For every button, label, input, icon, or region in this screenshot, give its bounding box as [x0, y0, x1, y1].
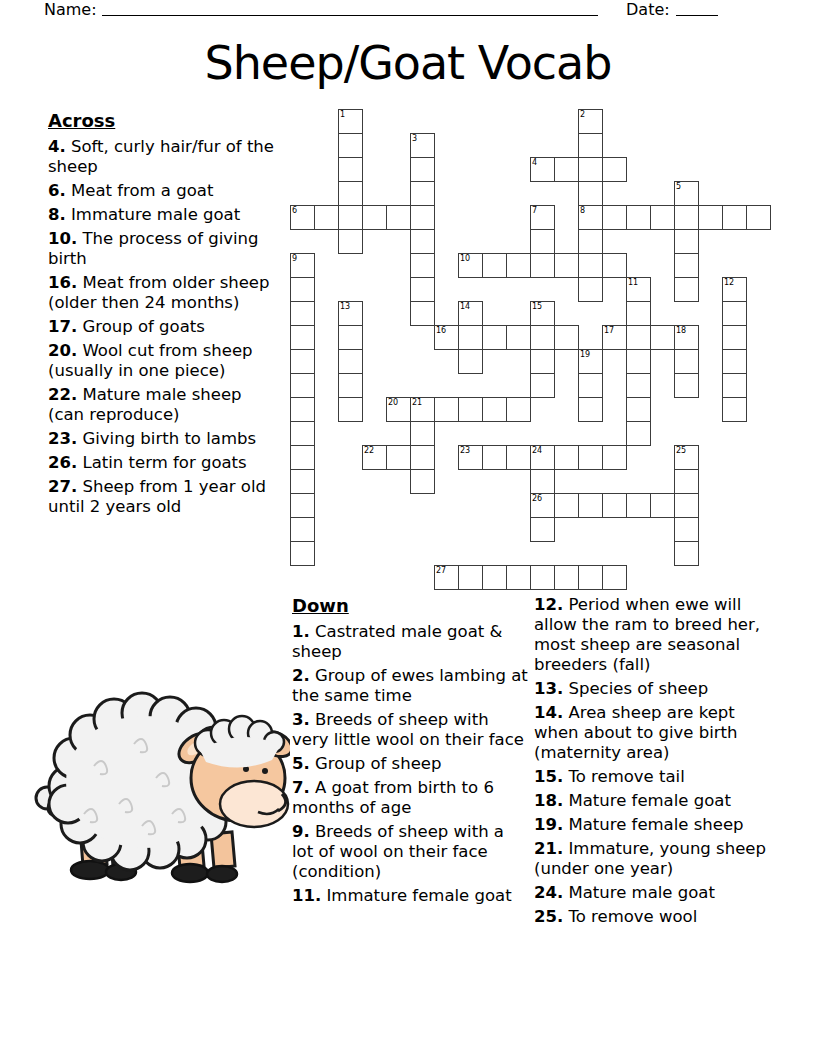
- clue-down-25: 25. To remove wool: [534, 907, 776, 927]
- grid-cell-r9-c13[interactable]: 17: [602, 325, 627, 350]
- cell-number-17: 17: [604, 326, 614, 335]
- grid-cell-r16-c12[interactable]: [578, 493, 603, 518]
- grid-cell-r4-c18[interactable]: [722, 205, 747, 230]
- date-blank-line[interactable]: [676, 15, 718, 16]
- grid-cell-r17-c16[interactable]: [674, 517, 699, 542]
- grid-cell-r7-c16[interactable]: [674, 277, 699, 302]
- grid-cell-r11-c0[interactable]: [290, 373, 315, 398]
- grid-cell-r5-c12[interactable]: [578, 229, 603, 254]
- grid-cell-r14-c11[interactable]: [554, 445, 579, 470]
- cell-number-21: 21: [412, 398, 422, 407]
- clue-across-16: 16. Meat from older sheep (older then 24…: [48, 273, 280, 313]
- grid-cell-r7-c18[interactable]: 12: [722, 277, 747, 302]
- cell-number-9: 9: [292, 254, 297, 263]
- grid-cell-r4-c12[interactable]: 8: [578, 205, 603, 230]
- grid-cell-r6-c16[interactable]: [674, 253, 699, 278]
- sheep-muzzle: [220, 781, 288, 827]
- grid-cell-r4-c1[interactable]: [314, 205, 339, 230]
- grid-cell-r14-c5[interactable]: [410, 445, 435, 470]
- across-clues: 4. Soft, curly hair/fur of the sheep6. M…: [48, 137, 280, 517]
- grid-cell-r0-c2[interactable]: 1: [338, 109, 363, 134]
- grid-cell-r3-c12[interactable]: [578, 181, 603, 206]
- grid-cell-r4-c16[interactable]: [674, 205, 699, 230]
- grid-cell-r15-c16[interactable]: [674, 469, 699, 494]
- grid-cell-r9-c0[interactable]: [290, 325, 315, 350]
- clue-down-3: 3. Breeds of sheep with very little wool…: [292, 710, 530, 750]
- down-clues-left: 1. Castrated male goat & sheep2. Group o…: [292, 622, 530, 906]
- grid-cell-r1-c2[interactable]: [338, 133, 363, 158]
- grid-cell-r16-c0[interactable]: [290, 493, 315, 518]
- grid-cell-r2-c10[interactable]: 4: [530, 157, 555, 182]
- grid-cell-r14-c12[interactable]: [578, 445, 603, 470]
- grid-cell-r12-c6[interactable]: [434, 397, 459, 422]
- clue-down-2: 2. Group of ewes lambing at the same tim…: [292, 666, 530, 706]
- grid-cell-r11-c10[interactable]: [530, 373, 555, 398]
- grid-cell-r17-c10[interactable]: [530, 517, 555, 542]
- grid-cell-r5-c16[interactable]: [674, 229, 699, 254]
- grid-cell-r2-c11[interactable]: [554, 157, 579, 182]
- cell-number-14: 14: [460, 302, 470, 311]
- grid-cell-r9-c7[interactable]: [458, 325, 483, 350]
- grid-cell-r4-c14[interactable]: [626, 205, 651, 230]
- clue-down-5: 5. Group of sheep: [292, 754, 530, 774]
- grid-cell-r12-c5[interactable]: 21: [410, 397, 435, 422]
- grid-cell-r4-c5[interactable]: [410, 205, 435, 230]
- cell-number-15: 15: [532, 302, 542, 311]
- grid-cell-r15-c10[interactable]: [530, 469, 555, 494]
- grid-cell-r14-c7[interactable]: 23: [458, 445, 483, 470]
- cell-number-6: 6: [292, 206, 297, 215]
- grid-cell-r4-c15[interactable]: [650, 205, 675, 230]
- grid-cell-r12-c14[interactable]: [626, 397, 651, 422]
- grid-cell-r6-c9[interactable]: [506, 253, 531, 278]
- grid-cell-r12-c8[interactable]: [482, 397, 507, 422]
- grid-cell-r7-c14[interactable]: 11: [626, 277, 651, 302]
- clue-across-17: 17. Group of goats: [48, 317, 280, 337]
- clue-across-22: 22. Mature male sheep (can reproduce): [48, 385, 280, 425]
- grid-cell-r4-c2[interactable]: [338, 205, 363, 230]
- grid-cell-r12-c12[interactable]: [578, 397, 603, 422]
- grid-cell-r19-c13[interactable]: [602, 565, 627, 590]
- sheep-clipart: [24, 686, 290, 894]
- grid-cell-r3-c2[interactable]: [338, 181, 363, 206]
- grid-cell-r10-c10[interactable]: [530, 349, 555, 374]
- grid-cell-r8-c14[interactable]: [626, 301, 651, 326]
- grid-cell-r19-c7[interactable]: [458, 565, 483, 590]
- cell-number-11: 11: [628, 278, 638, 287]
- cell-number-19: 19: [580, 350, 590, 359]
- grid-cell-r9-c6[interactable]: 16: [434, 325, 459, 350]
- grid-cell-r19-c11[interactable]: [554, 565, 579, 590]
- grid-cell-r11-c16[interactable]: [674, 373, 699, 398]
- grid-cell-r10-c14[interactable]: [626, 349, 651, 374]
- grid-cell-r12-c7[interactable]: [458, 397, 483, 422]
- grid-cell-r9-c14[interactable]: [626, 325, 651, 350]
- grid-cell-r2-c2[interactable]: [338, 157, 363, 182]
- grid-cell-r10-c12[interactable]: 19: [578, 349, 603, 374]
- grid-cell-r14-c0[interactable]: [290, 445, 315, 470]
- grid-cell-r9-c15[interactable]: [650, 325, 675, 350]
- clue-across-20: 20. Wool cut from sheep (usually in one …: [48, 341, 280, 381]
- grid-cell-r14-c13[interactable]: [602, 445, 627, 470]
- grid-cell-r4-c3[interactable]: [362, 205, 387, 230]
- grid-cell-r1-c5[interactable]: 3: [410, 133, 435, 158]
- grid-cell-r18-c0[interactable]: [290, 541, 315, 566]
- name-blank-line[interactable]: [102, 15, 598, 16]
- clue-across-6: 6. Meat from a goat: [48, 181, 280, 201]
- grid-cell-r10-c16[interactable]: [674, 349, 699, 374]
- clue-across-8: 8. Immature male goat: [48, 205, 280, 225]
- grid-cell-r13-c0[interactable]: [290, 421, 315, 446]
- cell-number-20: 20: [388, 398, 398, 407]
- grid-cell-r11-c18[interactable]: [722, 373, 747, 398]
- grid-cell-r9-c11[interactable]: [554, 325, 579, 350]
- grid-cell-r6-c8[interactable]: [482, 253, 507, 278]
- grid-cell-r1-c12[interactable]: [578, 133, 603, 158]
- grid-cell-r5-c2[interactable]: [338, 229, 363, 254]
- cell-number-2: 2: [580, 110, 585, 119]
- grid-cell-r19-c12[interactable]: [578, 565, 603, 590]
- grid-cell-r7-c0[interactable]: [290, 277, 315, 302]
- grid-cell-r6-c12[interactable]: [578, 253, 603, 278]
- cell-number-16: 16: [436, 326, 446, 335]
- grid-cell-r10-c0[interactable]: [290, 349, 315, 374]
- cell-number-7: 7: [532, 206, 537, 215]
- grid-cell-r12-c9[interactable]: [506, 397, 531, 422]
- clue-across-4: 4. Soft, curly hair/fur of the sheep: [48, 137, 280, 177]
- grid-cell-r13-c14[interactable]: [626, 421, 651, 446]
- cell-number-13: 13: [340, 302, 350, 311]
- grid-cell-r9-c9[interactable]: [506, 325, 531, 350]
- clue-across-23: 23. Giving birth to lambs: [48, 429, 280, 449]
- clue-down-18: 18. Mature female goat: [534, 791, 776, 811]
- cell-number-5: 5: [676, 182, 681, 191]
- grid-cell-r6-c13[interactable]: [602, 253, 627, 278]
- grid-cell-r15-c5[interactable]: [410, 469, 435, 494]
- grid-cell-r0-c12[interactable]: 2: [578, 109, 603, 134]
- grid-cell-r19-c6[interactable]: 27: [434, 565, 459, 590]
- crossword-grid: 1234567891011121314151617181920212223242…: [290, 109, 772, 591]
- across-panel: Across 4. Soft, curly hair/fur of the sh…: [48, 110, 280, 521]
- grid-cell-r3-c16[interactable]: 5: [674, 181, 699, 206]
- grid-cell-r6-c7[interactable]: 10: [458, 253, 483, 278]
- clue-down-9: 9. Breeds of sheep with a lot of wool on…: [292, 822, 530, 882]
- grid-cell-r19-c8[interactable]: [482, 565, 507, 590]
- clue-across-27: 27. Sheep from 1 year old until 2 years …: [48, 477, 280, 517]
- clue-down-14: 14. Area sheep are kept when about to gi…: [534, 703, 776, 763]
- cell-number-27: 27: [436, 566, 446, 575]
- grid-cell-r12-c2[interactable]: [338, 397, 363, 422]
- grid-cell-r6-c0[interactable]: 9: [290, 253, 315, 278]
- grid-cell-r16-c10[interactable]: 26: [530, 493, 555, 518]
- cell-number-24: 24: [532, 446, 542, 455]
- grid-cell-r9-c16[interactable]: 18: [674, 325, 699, 350]
- grid-cell-r16-c16[interactable]: [674, 493, 699, 518]
- grid-cell-r8-c0[interactable]: [290, 301, 315, 326]
- grid-cell-r8-c2[interactable]: 13: [338, 301, 363, 326]
- clue-down-13: 13. Species of sheep: [534, 679, 776, 699]
- grid-cell-r14-c10[interactable]: 24: [530, 445, 555, 470]
- grid-cell-r8-c7[interactable]: 14: [458, 301, 483, 326]
- page-title: Sheep/Goat Vocab: [0, 36, 816, 90]
- grid-cell-r2-c5[interactable]: [410, 157, 435, 182]
- grid-cell-r14-c8[interactable]: [482, 445, 507, 470]
- grid-cell-r8-c10[interactable]: 15: [530, 301, 555, 326]
- cell-number-26: 26: [532, 494, 542, 503]
- grid-cell-r14-c9[interactable]: [506, 445, 531, 470]
- grid-cell-r5-c5[interactable]: [410, 229, 435, 254]
- grid-cell-r11-c12[interactable]: [578, 373, 603, 398]
- grid-cell-r16-c15[interactable]: [650, 493, 675, 518]
- grid-cell-r4-c17[interactable]: [698, 205, 723, 230]
- cell-number-4: 4: [532, 158, 537, 167]
- sheep-eye-right: [262, 768, 268, 774]
- grid-cell-r12-c18[interactable]: [722, 397, 747, 422]
- grid-cell-r17-c0[interactable]: [290, 517, 315, 542]
- grid-cell-r9-c18[interactable]: [722, 325, 747, 350]
- grid-cell-r2-c12[interactable]: [578, 157, 603, 182]
- grid-cell-r19-c9[interactable]: [506, 565, 531, 590]
- clue-down-15: 15. To remove tail: [534, 767, 776, 787]
- grid-cell-r4-c4[interactable]: [386, 205, 411, 230]
- grid-cell-r8-c5[interactable]: [410, 301, 435, 326]
- cell-number-18: 18: [676, 326, 686, 335]
- grid-cell-r16-c13[interactable]: [602, 493, 627, 518]
- grid-cell-r9-c10[interactable]: [530, 325, 555, 350]
- cell-number-12: 12: [724, 278, 734, 287]
- clue-down-19: 19. Mature female sheep: [534, 815, 776, 835]
- down-panel-right: 12. Period when ewe will allow the ram t…: [534, 595, 776, 931]
- grid-cell-r16-c14[interactable]: [626, 493, 651, 518]
- grid-cell-r12-c0[interactable]: [290, 397, 315, 422]
- cell-number-1: 1: [340, 110, 345, 119]
- grid-cell-r4-c0[interactable]: 6: [290, 205, 315, 230]
- grid-cell-r6-c11[interactable]: [554, 253, 579, 278]
- down-heading: Down: [292, 595, 530, 616]
- grid-cell-r2-c13[interactable]: [602, 157, 627, 182]
- grid-cell-r11-c2[interactable]: [338, 373, 363, 398]
- cell-number-25: 25: [676, 446, 686, 455]
- grid-cell-r12-c4[interactable]: 20: [386, 397, 411, 422]
- grid-cell-r3-c5[interactable]: [410, 181, 435, 206]
- grid-cell-r7-c5[interactable]: [410, 277, 435, 302]
- clue-down-24: 24. Mature male goat: [534, 883, 776, 903]
- clue-down-21: 21. Immature, young sheep (under one yea…: [534, 839, 776, 879]
- clue-down-7: 7. A goat from birth to 6 months of age: [292, 778, 530, 818]
- grid-cell-r5-c10[interactable]: [530, 229, 555, 254]
- grid-cell-r4-c13[interactable]: [602, 205, 627, 230]
- name-label: Name:: [44, 0, 97, 19]
- grid-cell-r14-c16[interactable]: 25: [674, 445, 699, 470]
- grid-cell-r4-c19[interactable]: [746, 205, 771, 230]
- grid-cell-r8-c18[interactable]: [722, 301, 747, 326]
- cell-number-22: 22: [364, 446, 374, 455]
- clue-down-1: 1. Castrated male goat & sheep: [292, 622, 530, 662]
- down-clues-right: 12. Period when ewe will allow the ram t…: [534, 595, 776, 927]
- worksheet-page: Name: Date: Sheep/Goat Vocab Across 4. S…: [0, 0, 816, 1056]
- grid-cell-r19-c10[interactable]: [530, 565, 555, 590]
- grid-cell-r10-c18[interactable]: [722, 349, 747, 374]
- grid-cell-r9-c8[interactable]: [482, 325, 507, 350]
- grid-cell-r7-c12[interactable]: [578, 277, 603, 302]
- date-label: Date:: [626, 0, 670, 19]
- clue-down-12: 12. Period when ewe will allow the ram t…: [534, 595, 776, 675]
- grid-cell-r18-c16[interactable]: [674, 541, 699, 566]
- grid-cell-r14-c4[interactable]: [386, 445, 411, 470]
- grid-cell-r14-c3[interactable]: 22: [362, 445, 387, 470]
- cell-number-10: 10: [460, 254, 470, 263]
- cell-number-23: 23: [460, 446, 470, 455]
- header: Name: Date:: [44, 0, 772, 22]
- grid-cell-r11-c14[interactable]: [626, 373, 651, 398]
- grid-cell-r15-c0[interactable]: [290, 469, 315, 494]
- grid-cell-r6-c5[interactable]: [410, 253, 435, 278]
- grid-cell-r9-c2[interactable]: [338, 325, 363, 350]
- clue-across-26: 26. Latin term for goats: [48, 453, 280, 473]
- cell-number-3: 3: [412, 134, 417, 143]
- grid-cell-r13-c5[interactable]: [410, 421, 435, 446]
- grid-cell-r10-c2[interactable]: [338, 349, 363, 374]
- down-panel-left: Down 1. Castrated male goat & sheep2. Gr…: [292, 595, 530, 910]
- grid-cell-r6-c10[interactable]: [530, 253, 555, 278]
- cell-number-8: 8: [580, 206, 585, 215]
- clue-across-10: 10. The process of giving birth: [48, 229, 280, 269]
- grid-cell-r16-c11[interactable]: [554, 493, 579, 518]
- grid-cell-r4-c10[interactable]: 7: [530, 205, 555, 230]
- across-heading: Across: [48, 110, 280, 131]
- clue-down-11: 11. Immature female goat: [292, 886, 530, 906]
- grid-cell-r10-c7[interactable]: [458, 349, 483, 374]
